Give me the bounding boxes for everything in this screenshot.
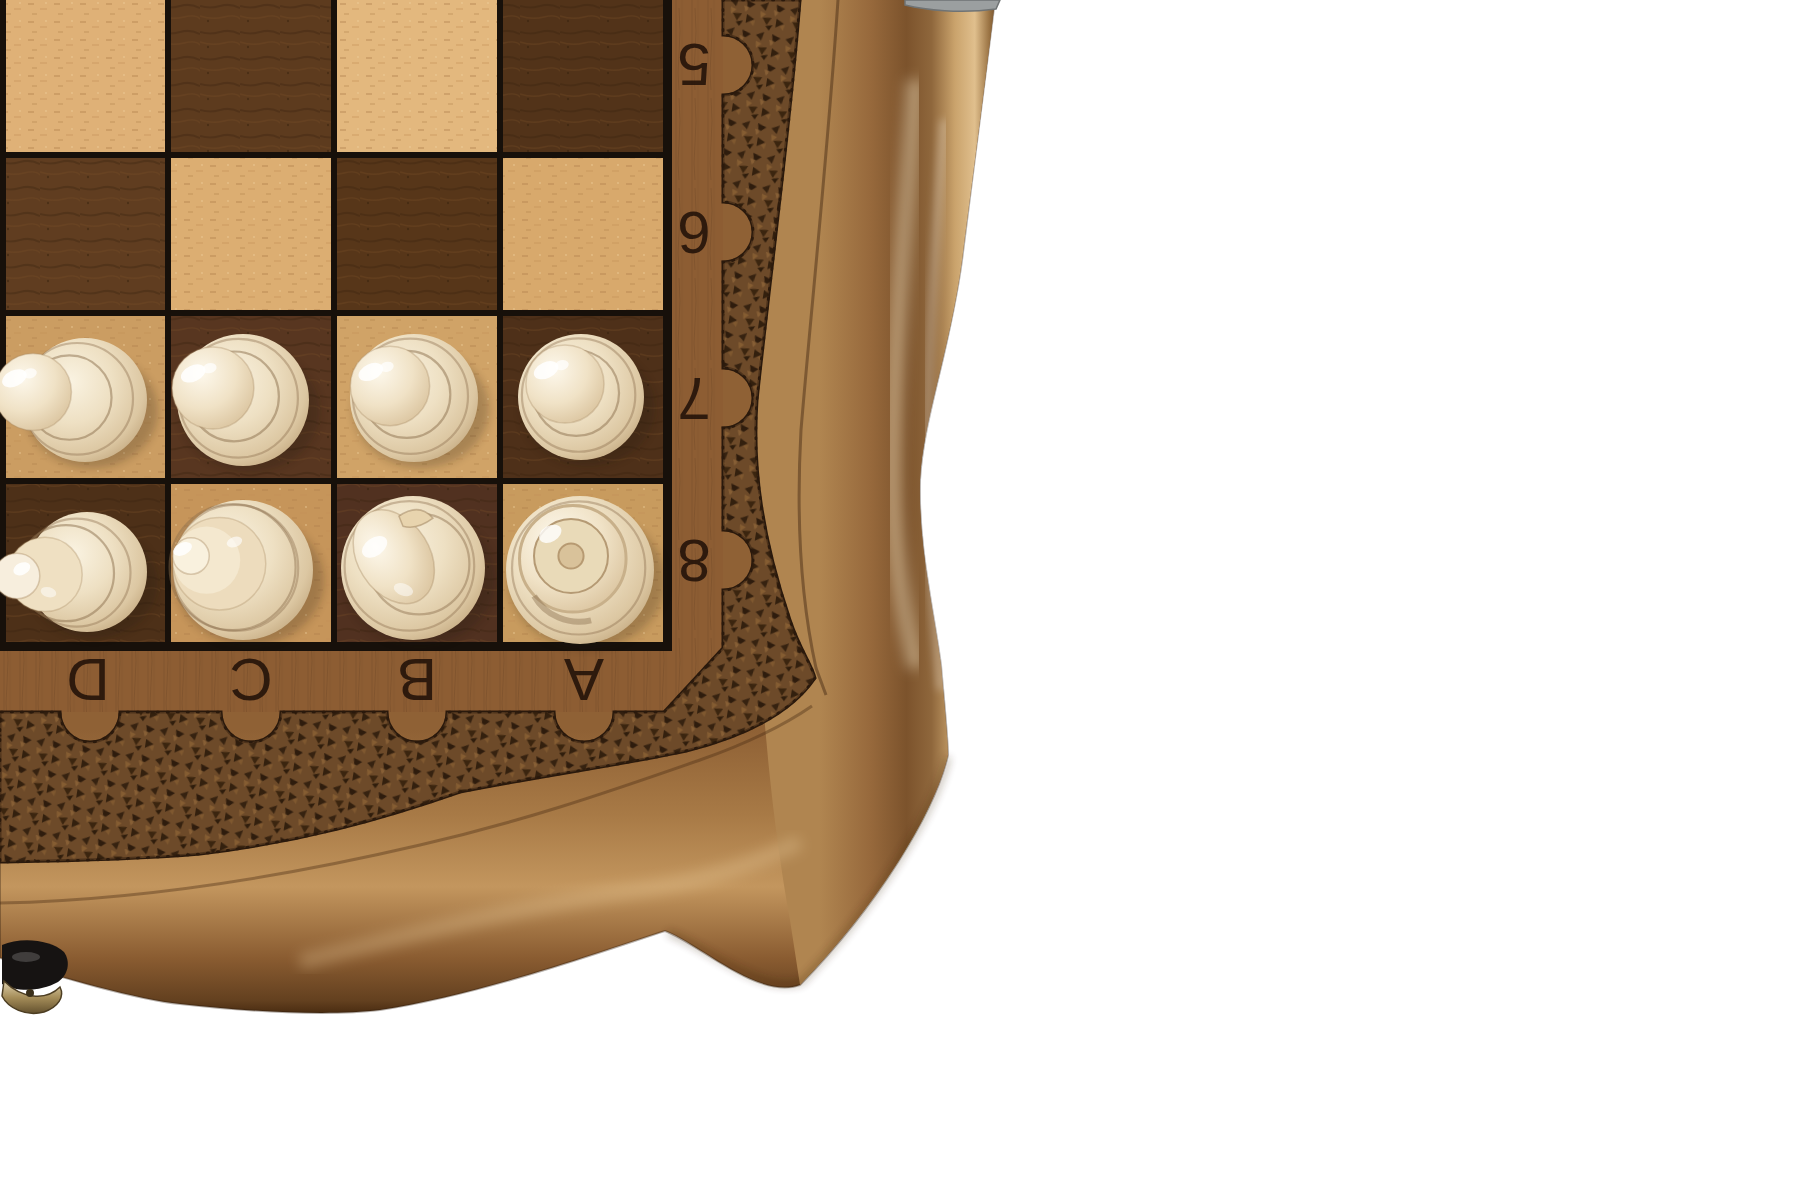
piece-glyph-a7: ♙	[561, 373, 600, 422]
piece-glyph-a8: ♖	[560, 546, 599, 595]
clasp-icon	[2, 940, 68, 1013]
photo-stage: 5678DCBA ♙♙♙♙♘♖♗♕	[0, 0, 1799, 1200]
piece-glyph-b7: ♙	[394, 374, 433, 423]
rank-label-8: 8	[677, 527, 710, 594]
rank-label-5: 5	[677, 31, 710, 98]
piece-glyph-c7: ♙	[223, 376, 262, 425]
file-label-C: C	[229, 646, 272, 713]
rank-label-6: 6	[677, 199, 710, 266]
square-c5[interactable]	[171, 0, 331, 152]
rank-label-7: 7	[677, 365, 710, 432]
piece-glyph-d8: ♕	[67, 548, 106, 597]
square-c6[interactable]	[171, 158, 331, 310]
square-a6[interactable]	[503, 158, 663, 310]
square-d5[interactable]	[6, 0, 165, 152]
square-b6[interactable]	[337, 158, 497, 310]
file-label-A: A	[564, 646, 604, 713]
square-d6[interactable]	[6, 158, 165, 310]
chess-board-scene: 5678DCBA ♙♙♙♙♘♖♗♕	[0, 0, 1799, 1200]
square-b5[interactable]	[337, 0, 497, 152]
piece-glyph-c8: ♗	[223, 546, 262, 595]
file-label-D: D	[66, 646, 109, 713]
piece-glyph-d7: ♙	[65, 376, 104, 425]
file-label-B: B	[397, 646, 437, 713]
square-a5[interactable]	[503, 0, 663, 152]
piece-glyph-b8: ♘	[393, 544, 432, 593]
